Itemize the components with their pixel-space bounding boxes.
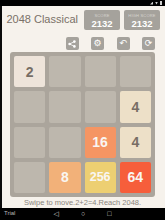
app-title: 2048 Classical bbox=[6, 13, 78, 25]
tile-256: 256 bbox=[85, 162, 116, 193]
wifi-icon bbox=[155, 2, 158, 5]
tile-4: 4 bbox=[120, 91, 151, 122]
empty-cell bbox=[85, 56, 116, 87]
empty-cell bbox=[49, 56, 80, 87]
app-screen: 2048 Classical SCORE 2132 HIGH SCORE 213… bbox=[0, 0, 165, 220]
home-button[interactable]: ○ bbox=[81, 208, 85, 220]
back-button[interactable]: ◁ bbox=[54, 208, 59, 220]
battery-icon bbox=[160, 1, 162, 5]
empty-cell bbox=[49, 127, 80, 158]
high-score-label: HIGH SCORE bbox=[124, 13, 160, 18]
tile-8: 8 bbox=[49, 162, 80, 193]
tile-2: 2 bbox=[14, 56, 45, 87]
score-box: SCORE 2132 bbox=[84, 10, 120, 30]
undo-icon: ↶ bbox=[119, 37, 127, 50]
trial-label: Trial bbox=[4, 210, 15, 216]
high-score-value: 2132 bbox=[124, 18, 160, 29]
share-icon bbox=[68, 40, 76, 48]
tile-4: 4 bbox=[120, 127, 151, 158]
empty-cell bbox=[14, 162, 45, 193]
hint-text: Swipe to move.2+2=4.Reach 2048. bbox=[0, 198, 165, 207]
board[interactable]: 24164825664 bbox=[10, 52, 155, 197]
empty-cell bbox=[120, 56, 151, 87]
recents-button[interactable]: □ bbox=[107, 208, 111, 220]
settings-button[interactable]: ⚙ bbox=[91, 37, 104, 50]
refresh-icon: ⟳ bbox=[145, 37, 153, 50]
empty-cell bbox=[85, 91, 116, 122]
share-button[interactable] bbox=[66, 37, 79, 50]
undo-button[interactable]: ↶ bbox=[117, 37, 130, 50]
empty-cell bbox=[14, 91, 45, 122]
toolbar: ⚙ ↶ ⟳ bbox=[66, 37, 156, 50]
high-score-box: HIGH SCORE 2132 bbox=[124, 10, 160, 30]
empty-cell bbox=[14, 127, 45, 158]
gear-icon: ⚙ bbox=[93, 37, 101, 50]
score-value: 2132 bbox=[84, 18, 120, 29]
nav-bar: Trial ◁ ○ □ bbox=[0, 208, 165, 220]
tile-16: 16 bbox=[85, 127, 116, 158]
status-bar bbox=[0, 0, 165, 6]
empty-cell bbox=[49, 91, 80, 122]
cellular-signal-icon bbox=[150, 2, 153, 5]
restart-button[interactable]: ⟳ bbox=[142, 37, 155, 50]
screen-edge bbox=[0, 0, 2, 220]
tile-64: 64 bbox=[120, 162, 151, 193]
